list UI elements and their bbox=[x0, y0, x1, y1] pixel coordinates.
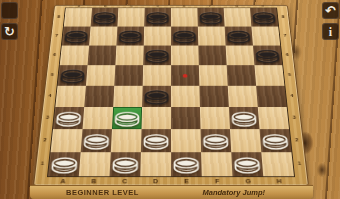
board-square[interactable]: ⛂ bbox=[62, 27, 91, 46]
board-square[interactable]: ⛂ bbox=[112, 107, 142, 129]
board-square[interactable] bbox=[86, 65, 115, 85]
board-square[interactable]: ⛂ bbox=[91, 8, 119, 26]
board-square[interactable] bbox=[199, 65, 228, 85]
board-square[interactable] bbox=[171, 86, 200, 107]
board-square[interactable]: ⛂ bbox=[171, 27, 198, 46]
board-square[interactable] bbox=[261, 152, 294, 176]
board-square[interactable]: ⛂ bbox=[144, 8, 171, 26]
board-square[interactable] bbox=[140, 152, 171, 176]
undo-icon: ↶ bbox=[325, 4, 336, 17]
board-square[interactable]: ⛂ bbox=[142, 86, 171, 107]
checker-black-man[interactable]: ⛂ bbox=[59, 62, 87, 87]
checker-white-man[interactable]: ⛂ bbox=[82, 126, 111, 154]
checker-white-man[interactable]: ⛂ bbox=[172, 149, 200, 178]
board-grid: ⛂⛂⛂⛂⛂⛂⛂⛂⛂⛂⛂⛂⛂⛂⛂⛂⛂⛂⛂⛂⛂⛂⛂ bbox=[47, 8, 295, 178]
checker-white-man[interactable]: ⛂ bbox=[54, 104, 83, 131]
board-square[interactable] bbox=[226, 46, 255, 66]
rank-label: 5 bbox=[47, 72, 58, 76]
checker-black-man[interactable]: ⛂ bbox=[117, 24, 143, 47]
rank-label: 2 bbox=[39, 137, 51, 142]
mandatory-jump-message: Mandatory Jump! bbox=[202, 188, 265, 197]
checker-white-man[interactable]: ⛂ bbox=[202, 126, 230, 154]
board-square[interactable]: ⛂ bbox=[58, 65, 88, 85]
rotate-icon: ↻ bbox=[4, 25, 15, 38]
checker-white-man[interactable]: ⛂ bbox=[142, 126, 170, 154]
rank-label: 1 bbox=[293, 161, 305, 166]
board-square[interactable] bbox=[88, 46, 117, 66]
rank-label: 6 bbox=[49, 52, 60, 56]
rank-label: 8 bbox=[278, 15, 289, 19]
info-button[interactable]: i bbox=[322, 23, 339, 40]
checker-black-man[interactable]: ⛂ bbox=[63, 24, 90, 47]
board-square[interactable]: ⛂ bbox=[116, 27, 144, 46]
checker-white-man[interactable]: ⛂ bbox=[111, 149, 140, 178]
rotate-board-button[interactable]: ↻ bbox=[1, 23, 18, 40]
menu-button[interactable] bbox=[1, 2, 18, 19]
checker-white-man[interactable]: ⛂ bbox=[113, 104, 141, 131]
board-square[interactable]: ⛂ bbox=[143, 46, 171, 66]
board-square[interactable] bbox=[171, 65, 199, 85]
checker-black-man[interactable]: ⛂ bbox=[226, 24, 252, 47]
rank-label: 5 bbox=[284, 72, 295, 76]
board-square[interactable] bbox=[198, 27, 226, 46]
board-square[interactable]: ⛂ bbox=[141, 129, 171, 152]
undo-button[interactable]: ↶ bbox=[322, 2, 339, 19]
checker-black-man[interactable]: ⛂ bbox=[198, 6, 223, 28]
rank-label: 2 bbox=[291, 137, 303, 142]
board-square[interactable] bbox=[89, 27, 117, 46]
board-square[interactable] bbox=[227, 65, 256, 85]
checker-black-man[interactable]: ⛂ bbox=[254, 43, 282, 67]
rank-label: 6 bbox=[282, 52, 293, 56]
board-square[interactable] bbox=[171, 46, 199, 66]
rank-label: 3 bbox=[288, 115, 300, 120]
board-square[interactable] bbox=[199, 86, 228, 107]
board-square[interactable] bbox=[115, 46, 143, 66]
checker-white-man[interactable]: ⛂ bbox=[230, 104, 259, 131]
board-square[interactable]: ⛂ bbox=[250, 8, 278, 26]
board-square[interactable] bbox=[114, 65, 143, 85]
board-square[interactable]: ⛂ bbox=[253, 46, 282, 66]
board-square[interactable] bbox=[171, 107, 201, 129]
checker-black-man[interactable]: ⛂ bbox=[144, 43, 170, 67]
board-front-edge: BEGINNER LEVEL Mandatory Jump! bbox=[30, 185, 313, 199]
board-square[interactable]: ⛂ bbox=[110, 152, 141, 176]
board-square[interactable]: ⛂ bbox=[53, 107, 84, 129]
board-square[interactable]: ⛂ bbox=[225, 27, 253, 46]
board-square[interactable] bbox=[79, 152, 111, 176]
board-square[interactable] bbox=[84, 86, 114, 107]
rank-label: 7 bbox=[51, 33, 62, 37]
checker-black-man[interactable]: ⛂ bbox=[92, 6, 118, 28]
rank-label: 3 bbox=[42, 115, 54, 120]
board-square[interactable]: ⛂ bbox=[81, 129, 112, 152]
board-square[interactable]: ⛂ bbox=[201, 129, 232, 152]
rank-label: 7 bbox=[280, 33, 291, 37]
board-square[interactable]: ⛂ bbox=[260, 129, 292, 152]
board-square[interactable] bbox=[256, 86, 287, 107]
checker-black-man[interactable]: ⛂ bbox=[143, 83, 170, 109]
board-square[interactable]: ⛂ bbox=[197, 8, 224, 26]
checker-black-man[interactable]: ⛂ bbox=[172, 24, 197, 47]
board-square[interactable] bbox=[254, 65, 284, 85]
rank-label: 4 bbox=[44, 93, 56, 98]
rank-label: 8 bbox=[53, 15, 64, 19]
info-icon: i bbox=[329, 26, 332, 38]
board-square[interactable]: ⛂ bbox=[229, 107, 260, 129]
checker-black-man[interactable]: ⛂ bbox=[145, 6, 170, 28]
checkers-board: ABCDEFGH ⛂⛂⛂⛂⛂⛂⛂⛂⛂⛂⛂⛂⛂⛂⛂⛂⛂⛂⛂⛂⛂⛂⛂ ABCDEFG… bbox=[33, 5, 309, 186]
board-square[interactable] bbox=[201, 152, 232, 176]
checker-black-man[interactable]: ⛂ bbox=[251, 6, 277, 28]
checker-white-man[interactable]: ⛂ bbox=[232, 149, 262, 178]
board-square[interactable]: ⛂ bbox=[231, 152, 263, 176]
rank-label: 1 bbox=[36, 161, 48, 166]
checker-white-man[interactable]: ⛂ bbox=[260, 126, 290, 154]
board-square[interactable]: ⛂ bbox=[48, 152, 81, 176]
board-square[interactable]: ⛂ bbox=[171, 152, 202, 176]
difficulty-label: BEGINNER LEVEL bbox=[66, 188, 139, 197]
rank-label: 4 bbox=[286, 93, 298, 98]
jump-target-dot bbox=[183, 74, 188, 78]
board-square[interactable] bbox=[198, 46, 226, 66]
checker-white-man[interactable]: ⛂ bbox=[49, 149, 80, 178]
